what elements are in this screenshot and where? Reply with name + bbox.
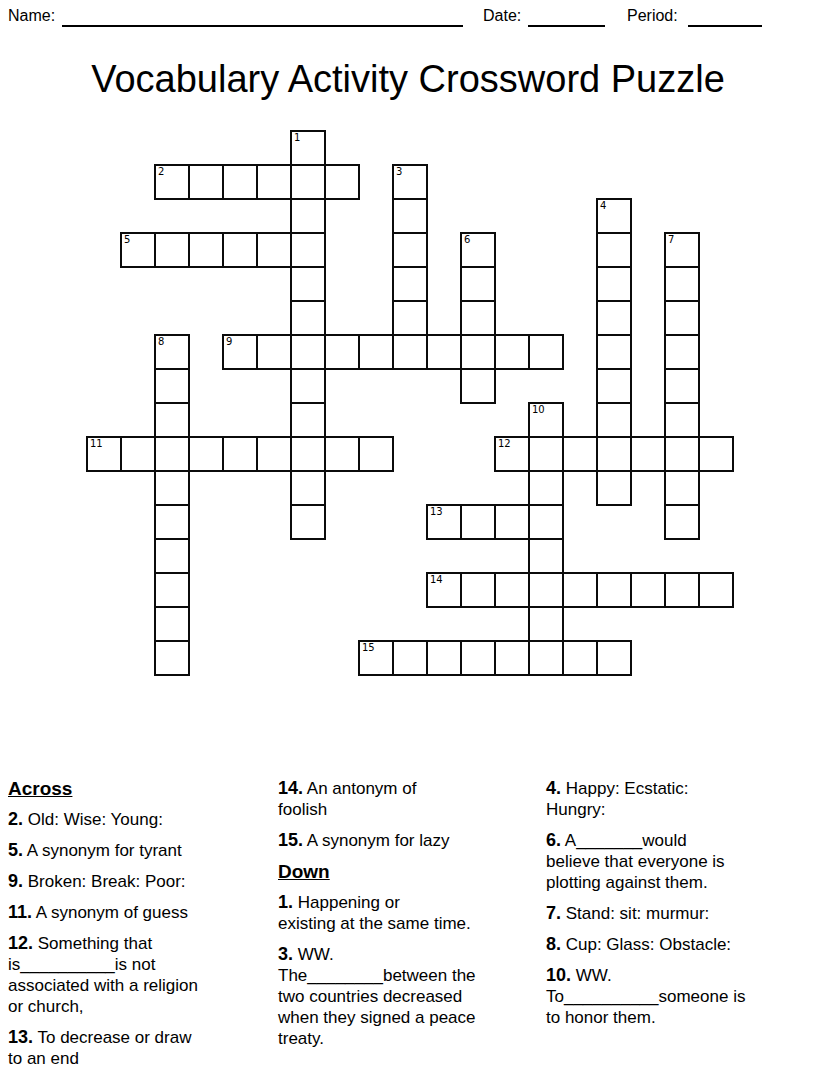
cell-r13c12[interactable] <box>494 572 530 608</box>
cell-number-10: 10 <box>532 404 545 415</box>
cell-r8c6[interactable] <box>290 402 326 438</box>
cell-number-15: 15 <box>362 642 375 653</box>
cell-number-9: 9 <box>226 336 232 347</box>
cell-number-8: 8 <box>158 336 164 347</box>
cell-r15c12[interactable] <box>494 640 530 676</box>
cell-r13c11[interactable] <box>460 572 496 608</box>
cell-r4c11[interactable] <box>460 266 496 302</box>
clue-text: Something that is__________is not associ… <box>8 934 198 1016</box>
cell-r9c4[interactable] <box>222 436 258 472</box>
cell-r11c6[interactable] <box>290 504 326 540</box>
cell-r7c2[interactable] <box>154 368 190 404</box>
cell-r6c11[interactable] <box>460 334 496 370</box>
cell-r4c6[interactable] <box>290 266 326 302</box>
clue-text: Stand: sit: murmur: <box>561 904 709 923</box>
cell-r3c17[interactable]: 7 <box>664 232 700 268</box>
cell-r7c17[interactable] <box>664 368 700 404</box>
cell-r6c9[interactable] <box>392 334 428 370</box>
cell-r11c10[interactable]: 13 <box>426 504 462 540</box>
cell-r6c4[interactable]: 9 <box>222 334 258 370</box>
cell-r9c0[interactable]: 11 <box>86 436 122 472</box>
cell-r11c13[interactable] <box>528 504 564 540</box>
cell-r13c14[interactable] <box>562 572 598 608</box>
clue-text: A_______would believe that everyone is p… <box>546 831 725 892</box>
clue-14: 14. An antonym of foolish <box>278 778 542 820</box>
cell-r10c17[interactable] <box>664 470 700 506</box>
cell-r12c13[interactable] <box>528 538 564 574</box>
cell-r9c5[interactable] <box>256 436 292 472</box>
cell-number-7: 7 <box>668 234 674 245</box>
cell-r6c10[interactable] <box>426 334 462 370</box>
cell-r8c13[interactable]: 10 <box>528 402 564 438</box>
clue-number: 4. <box>546 778 561 798</box>
clue-column-3: 4. Happy: Ecstatic: Hungry:6. A_______wo… <box>546 778 812 1038</box>
cell-r13c17[interactable] <box>664 572 700 608</box>
cell-number-13: 13 <box>430 506 443 517</box>
cell-r10c2[interactable] <box>154 470 190 506</box>
cell-r8c2[interactable] <box>154 402 190 438</box>
clue-number: 11. <box>8 902 32 922</box>
cell-r14c2[interactable] <box>154 606 190 642</box>
cell-number-5: 5 <box>124 234 130 245</box>
cell-r10c15[interactable] <box>596 470 632 506</box>
cell-r7c11[interactable] <box>460 368 496 404</box>
cell-r1c2[interactable]: 2 <box>154 164 190 200</box>
cell-r5c11[interactable] <box>460 300 496 336</box>
cell-r1c7[interactable] <box>324 164 360 200</box>
cell-number-1: 1 <box>294 132 300 143</box>
cell-r13c2[interactable] <box>154 572 190 608</box>
cell-r9c7[interactable] <box>324 436 360 472</box>
clue-number: 12. <box>8 933 33 953</box>
date-label: Date: <box>483 7 521 25</box>
cell-r5c15[interactable] <box>596 300 632 336</box>
clue-number: 3. <box>278 944 293 964</box>
cell-r3c15[interactable] <box>596 232 632 268</box>
cell-r6c2[interactable]: 8 <box>154 334 190 370</box>
clue-10: 10. WW. To__________someone is to honor … <box>546 965 812 1028</box>
cell-r3c5[interactable] <box>256 232 292 268</box>
clue-number: 5. <box>8 840 23 860</box>
cell-r9c14[interactable] <box>562 436 598 472</box>
cell-number-12: 12 <box>498 438 511 449</box>
cell-r15c9[interactable] <box>392 640 428 676</box>
cell-r13c13[interactable] <box>528 572 564 608</box>
cell-r1c6[interactable] <box>290 164 326 200</box>
clue-text: Cup: Glass: Obstacle: <box>561 935 731 954</box>
cell-r11c2[interactable] <box>154 504 190 540</box>
clue-text: A synonym for lazy <box>303 831 449 850</box>
name-label: Name: <box>8 7 55 25</box>
clue-text: Happy: Ecstatic: Hungry: <box>546 779 689 819</box>
clue-text: WW. To__________someone is to honor them… <box>546 966 745 1027</box>
period-blank[interactable] <box>688 7 762 27</box>
clue-number: 14. <box>278 778 303 798</box>
clue-text: WW. The________between the two countries… <box>278 945 476 1048</box>
clue-13: 13. To decrease or draw to an end <box>8 1027 268 1069</box>
clue-15: 15. A synonym for lazy <box>278 830 542 851</box>
crossword-grid: 123456789101112131415 <box>86 130 734 676</box>
clue-column-1: Across2. Old: Wise: Young:5. A synonym f… <box>8 778 268 1079</box>
cell-r1c5[interactable] <box>256 164 292 200</box>
cell-r2c6[interactable] <box>290 198 326 234</box>
cell-r9c8[interactable] <box>358 436 394 472</box>
clue-number: 9. <box>8 871 23 891</box>
cell-r3c6[interactable] <box>290 232 326 268</box>
cell-r6c15[interactable] <box>596 334 632 370</box>
cell-number-11: 11 <box>90 438 103 449</box>
cell-r9c17[interactable] <box>664 436 700 472</box>
cell-r13c16[interactable] <box>630 572 666 608</box>
clue-number: 6. <box>546 830 561 850</box>
clue-number: 7. <box>546 903 561 923</box>
cell-r9c3[interactable] <box>188 436 224 472</box>
clue-text: Happening or existing at the same time. <box>278 893 471 933</box>
cell-r15c15[interactable] <box>596 640 632 676</box>
clue-text: Old: Wise: Young: <box>23 810 163 829</box>
clue-2: 2. Old: Wise: Young: <box>8 809 268 830</box>
cell-r13c18[interactable] <box>698 572 734 608</box>
clue-3: 3. WW. The________between the two countr… <box>278 944 542 1049</box>
cell-r14c13[interactable] <box>528 606 564 642</box>
cell-r3c11[interactable]: 6 <box>460 232 496 268</box>
cell-r15c10[interactable] <box>426 640 462 676</box>
clue-12: 12. Something that is__________is not as… <box>8 933 268 1017</box>
cell-r9c6[interactable] <box>290 436 326 472</box>
cell-r15c14[interactable] <box>562 640 598 676</box>
cell-r3c1[interactable]: 5 <box>120 232 156 268</box>
cell-r9c12[interactable]: 12 <box>494 436 530 472</box>
cell-r4c9[interactable] <box>392 266 428 302</box>
cell-r0c6[interactable]: 1 <box>290 130 326 166</box>
cell-r5c17[interactable] <box>664 300 700 336</box>
cell-r2c9[interactable] <box>392 198 428 234</box>
cell-r9c13[interactable] <box>528 436 564 472</box>
cell-r5c6[interactable] <box>290 300 326 336</box>
cell-r1c4[interactable] <box>222 164 258 200</box>
clue-4: 4. Happy: Ecstatic: Hungry: <box>546 778 812 820</box>
cell-r6c8[interactable] <box>358 334 394 370</box>
cell-number-14: 14 <box>430 574 443 585</box>
clue-text: A synonym for tyrant <box>23 841 182 860</box>
clue-number: 13. <box>8 1027 33 1047</box>
cell-r3c9[interactable] <box>392 232 428 268</box>
cell-r6c13[interactable] <box>528 334 564 370</box>
cell-r13c10[interactable]: 14 <box>426 572 462 608</box>
clue-11: 11. A synonym of guess <box>8 902 268 923</box>
clue-5: 5. A synonym for tyrant <box>8 840 268 861</box>
cell-r11c17[interactable] <box>664 504 700 540</box>
clue-7: 7. Stand: sit: murmur: <box>546 903 812 924</box>
clue-text: To decrease or draw to an end <box>8 1028 191 1068</box>
cell-number-4: 4 <box>600 200 606 211</box>
cell-r9c18[interactable] <box>698 436 734 472</box>
clue-6: 6. A_______would believe that everyone i… <box>546 830 812 893</box>
clue-column-2: 14. An antonym of foolish15. A synonym f… <box>278 778 542 1059</box>
section-header-down: Down <box>278 861 542 883</box>
clue-number: 10. <box>546 965 571 985</box>
cell-r7c15[interactable] <box>596 368 632 404</box>
cell-r12c2[interactable] <box>154 538 190 574</box>
cell-r1c9[interactable]: 3 <box>392 164 428 200</box>
cell-r9c2[interactable] <box>154 436 190 472</box>
cell-r15c11[interactable] <box>460 640 496 676</box>
cell-r9c16[interactable] <box>630 436 666 472</box>
cell-r13c15[interactable] <box>596 572 632 608</box>
date-blank[interactable] <box>528 7 605 27</box>
puzzle-title: Vocabulary Activity Crossword Puzzle <box>0 58 816 101</box>
clue-number: 2. <box>8 809 23 829</box>
cell-r1c3[interactable] <box>188 164 224 200</box>
clue-number: 1. <box>278 892 293 912</box>
cell-r15c2[interactable] <box>154 640 190 676</box>
cell-r8c15[interactable] <box>596 402 632 438</box>
clue-1: 1. Happening or existing at the same tim… <box>278 892 542 934</box>
clue-number: 15. <box>278 830 303 850</box>
cell-r9c1[interactable] <box>120 436 156 472</box>
cell-r15c8[interactable]: 15 <box>358 640 394 676</box>
cell-r4c17[interactable] <box>664 266 700 302</box>
cell-r6c17[interactable] <box>664 334 700 370</box>
cell-r8c17[interactable] <box>664 402 700 438</box>
cell-r3c4[interactable] <box>222 232 258 268</box>
cell-r10c13[interactable] <box>528 470 564 506</box>
clue-9: 9. Broken: Break: Poor: <box>8 871 268 892</box>
clue-8: 8. Cup: Glass: Obstacle: <box>546 934 812 955</box>
cell-r7c6[interactable] <box>290 368 326 404</box>
cell-number-2: 2 <box>158 166 164 177</box>
cell-r11c11[interactable] <box>460 504 496 540</box>
cell-r4c15[interactable] <box>596 266 632 302</box>
cell-r10c6[interactable] <box>290 470 326 506</box>
cell-number-6: 6 <box>464 234 470 245</box>
section-header-across: Across <box>8 778 268 800</box>
cell-r3c3[interactable] <box>188 232 224 268</box>
clue-text: Broken: Break: Poor: <box>23 872 186 891</box>
cell-r6c6[interactable] <box>290 334 326 370</box>
cell-r2c15[interactable]: 4 <box>596 198 632 234</box>
cell-r9c15[interactable] <box>596 436 632 472</box>
clue-text: A synonym of guess <box>32 903 188 922</box>
cell-r6c5[interactable] <box>256 334 292 370</box>
name-blank[interactable] <box>62 7 463 27</box>
cell-r5c9[interactable] <box>392 300 428 336</box>
clue-number: 8. <box>546 934 561 954</box>
cell-r6c12[interactable] <box>494 334 530 370</box>
cell-r6c7[interactable] <box>324 334 360 370</box>
cell-number-3: 3 <box>396 166 402 177</box>
cell-r11c12[interactable] <box>494 504 530 540</box>
period-label: Period: <box>627 7 678 25</box>
cell-r15c13[interactable] <box>528 640 564 676</box>
cell-r3c2[interactable] <box>154 232 190 268</box>
